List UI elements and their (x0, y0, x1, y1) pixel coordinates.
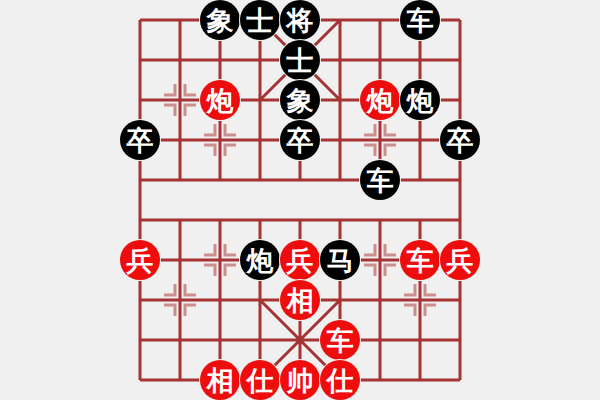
piece-red-soldier[interactable]: 兵 (280, 240, 320, 280)
piece-red-general[interactable]: 帅 (280, 360, 320, 400)
piece-red-cannon[interactable]: 炮 (360, 80, 400, 120)
piece-red-advisor[interactable]: 仕 (320, 360, 360, 400)
pieces-grid: 象士将车士炮象炮炮卒卒卒车兵炮兵马车兵相车相仕帅仕 (120, 0, 480, 400)
piece-red-chariot[interactable]: 车 (320, 320, 360, 360)
piece-red-soldier[interactable]: 兵 (120, 240, 160, 280)
piece-black-soldier[interactable]: 卒 (280, 120, 320, 160)
piece-black-advisor[interactable]: 士 (240, 0, 280, 40)
piece-black-general[interactable]: 将 (280, 0, 320, 40)
piece-red-cannon[interactable]: 炮 (200, 80, 240, 120)
piece-black-cannon[interactable]: 炮 (400, 80, 440, 120)
piece-red-soldier[interactable]: 兵 (440, 240, 480, 280)
xiangqi-board: 象士将车士炮象炮炮卒卒卒车兵炮兵马车兵相车相仕帅仕 (0, 0, 600, 400)
piece-red-elephant[interactable]: 相 (200, 360, 240, 400)
piece-black-chariot[interactable]: 车 (360, 160, 400, 200)
piece-red-elephant[interactable]: 相 (280, 280, 320, 320)
piece-black-advisor[interactable]: 士 (280, 40, 320, 80)
piece-black-soldier[interactable]: 卒 (120, 120, 160, 160)
piece-black-chariot[interactable]: 车 (400, 0, 440, 40)
piece-red-advisor[interactable]: 仕 (240, 360, 280, 400)
piece-black-soldier[interactable]: 卒 (440, 120, 480, 160)
piece-black-elephant[interactable]: 象 (200, 0, 240, 40)
piece-black-elephant[interactable]: 象 (280, 80, 320, 120)
piece-red-chariot[interactable]: 车 (400, 240, 440, 280)
piece-black-cannon[interactable]: 炮 (240, 240, 280, 280)
piece-black-horse[interactable]: 马 (320, 240, 360, 280)
